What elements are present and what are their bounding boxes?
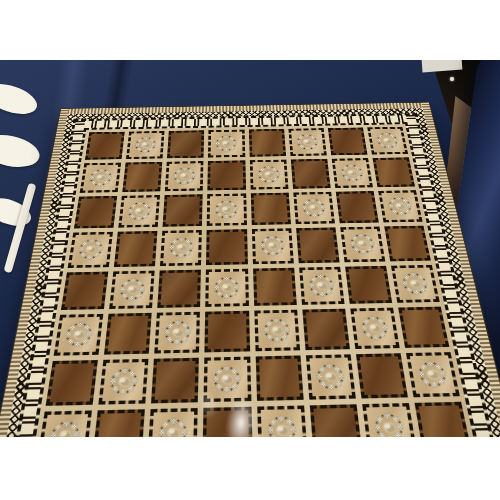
pearl-rosette-icon	[115, 275, 149, 304]
square-g6	[336, 191, 379, 223]
square-h5	[384, 226, 431, 261]
pearl-rosette-icon	[372, 130, 403, 151]
square-f7	[290, 159, 330, 189]
pearl-rosette-icon	[298, 196, 329, 220]
square-d8	[208, 130, 245, 158]
square-a1	[37, 410, 92, 437]
square-e6	[250, 193, 290, 226]
pearl-rosette-icon	[160, 316, 194, 347]
square-g2	[356, 353, 408, 398]
glint-dot	[450, 77, 454, 81]
square-h6	[378, 190, 423, 222]
square-c5	[160, 230, 202, 265]
square-b6	[118, 195, 160, 228]
square-f1	[309, 404, 362, 437]
pearl-rosette-icon	[293, 132, 322, 153]
square-b5	[114, 231, 158, 266]
square-h4	[391, 264, 440, 302]
square-c4	[158, 269, 202, 307]
pearl-rosette-icon	[60, 319, 97, 351]
pearl-rosette-icon	[368, 409, 409, 437]
square-a3	[54, 313, 104, 355]
square-c1	[148, 408, 198, 437]
square-e5	[251, 229, 293, 264]
pearl-rosette-icon	[131, 134, 160, 155]
pearl-rosette-icon	[154, 414, 192, 437]
pearl-rosette-icon	[263, 411, 301, 437]
square-f2	[305, 354, 355, 399]
square-b1	[92, 409, 145, 437]
board-perspective-scene	[0, 103, 500, 437]
square-f3	[302, 308, 350, 350]
square-c6	[163, 194, 203, 227]
pearl-rosette-icon	[213, 133, 240, 154]
pearl-rosette-icon	[211, 273, 243, 302]
pearl-rosette-icon	[212, 198, 242, 222]
square-d3	[205, 310, 250, 352]
bone-object	[0, 130, 42, 172]
square-c8	[167, 130, 204, 158]
bone-object	[0, 78, 41, 119]
square-d4	[206, 268, 249, 306]
square-e3	[254, 309, 300, 351]
square-h7	[372, 157, 415, 187]
pearl-rosette-icon	[105, 364, 143, 398]
square-g8	[328, 127, 368, 155]
square-e8	[248, 129, 285, 157]
square-b4	[109, 270, 155, 308]
square-g7	[331, 158, 372, 188]
square-a7	[80, 163, 122, 193]
square-e7	[249, 160, 288, 190]
pearl-rosette-icon	[397, 269, 434, 298]
square-a8	[85, 132, 125, 160]
square-f5	[296, 228, 340, 263]
square-h8	[367, 127, 408, 155]
square-e2	[255, 355, 303, 401]
square-a6	[74, 196, 117, 229]
pearl-rosette-icon	[166, 235, 198, 262]
square-b8	[126, 131, 165, 159]
pearl-rosette-icon	[170, 165, 199, 188]
square-a5	[68, 232, 113, 267]
pearl-rosette-icon	[74, 236, 108, 263]
square-f4	[299, 266, 345, 304]
chessboard	[0, 103, 500, 437]
pearl-rosette-icon	[304, 271, 338, 300]
pearl-rosette-icon	[356, 312, 393, 343]
square-f8	[288, 128, 327, 156]
square-e1	[257, 405, 307, 437]
pearl-rosette-icon	[259, 314, 293, 345]
square-h3	[398, 306, 449, 347]
square-d6	[207, 194, 246, 227]
square-h1	[414, 402, 471, 437]
square-c2	[151, 357, 199, 403]
pearl-rosette-icon	[124, 199, 155, 224]
pearl-rosette-icon	[412, 357, 453, 391]
square-g3	[350, 307, 400, 349]
pearl-rosette-icon	[85, 166, 116, 189]
pearl-rosette-icon	[311, 360, 349, 394]
square-f6	[293, 192, 335, 224]
pearl-rosette-icon	[254, 163, 283, 186]
square-g1	[362, 403, 417, 437]
pearl-rosette-icon	[336, 162, 367, 185]
square-e4	[253, 267, 297, 305]
square-b3	[104, 312, 152, 354]
playing-field	[31, 124, 477, 437]
square-b2	[99, 359, 149, 405]
square-d5	[206, 229, 247, 264]
pearl-rosette-icon	[44, 416, 86, 437]
pearl-rosette-icon	[345, 231, 379, 257]
square-a4	[61, 271, 109, 310]
pearl-rosette-icon	[383, 194, 416, 218]
square-g4	[345, 265, 392, 303]
square-a2	[46, 360, 98, 406]
pearl-rosette-icon	[256, 233, 288, 259]
square-h2	[406, 352, 460, 397]
square-c7	[165, 161, 204, 191]
square-g5	[340, 227, 385, 262]
square-b7	[122, 162, 162, 192]
photo-of-chessboard	[0, 60, 500, 437]
square-c3	[155, 311, 201, 353]
square-d7	[208, 160, 246, 190]
